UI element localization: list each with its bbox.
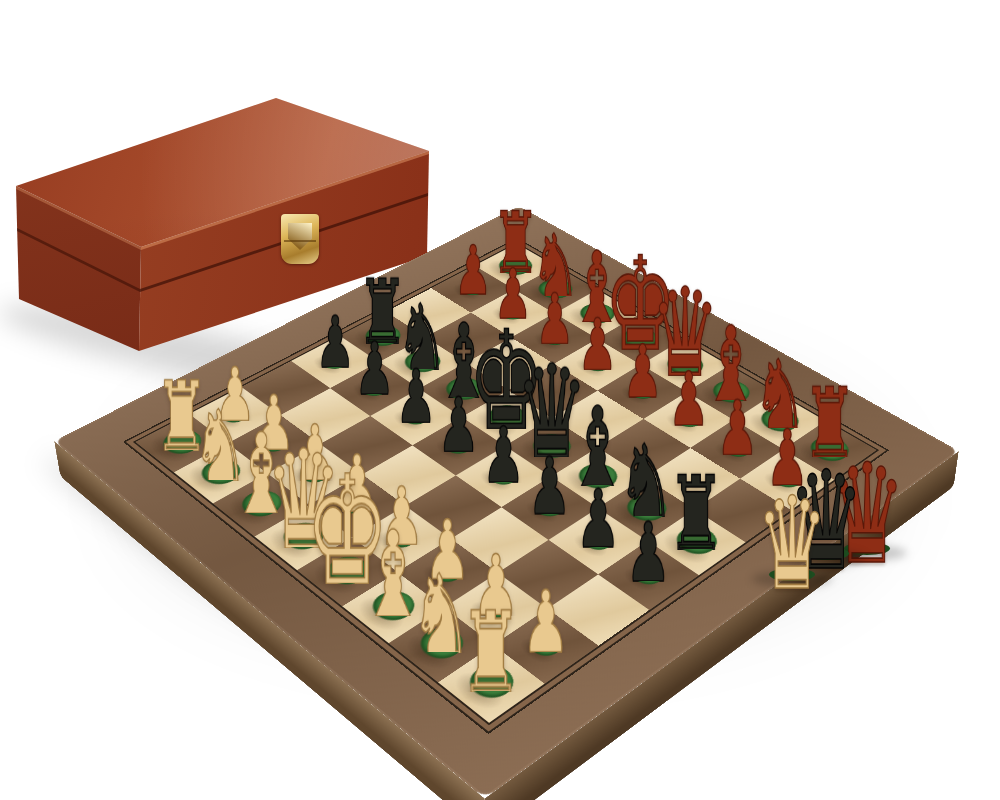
box-lid-edge-highlight-left <box>0 0 1000 800</box>
product-photo-scene: ♜♞♝♚♛♝♞♜♟♟♟♟♟♟♟♟♜♞♝♚♛♝♞♜♟♟♟♟♟♟♟♟♟♟♟♟♟♟♟♟… <box>0 0 1000 800</box>
box-lid-seam-front <box>0 0 1000 800</box>
box-lid-top <box>0 0 1000 800</box>
box-gloss-highlight <box>0 0 1000 800</box>
box-lid-seam-left <box>0 0 1000 800</box>
box-brass-clasp <box>281 214 319 264</box>
box-left-face <box>0 0 1000 800</box>
spare-boxwood-queen: ♛ <box>749 480 836 608</box>
box-front-face <box>0 0 1000 800</box>
storage-box <box>0 0 1000 800</box>
clasp-notch <box>284 240 316 242</box>
box-lid-edge-highlight-front <box>0 0 1000 800</box>
